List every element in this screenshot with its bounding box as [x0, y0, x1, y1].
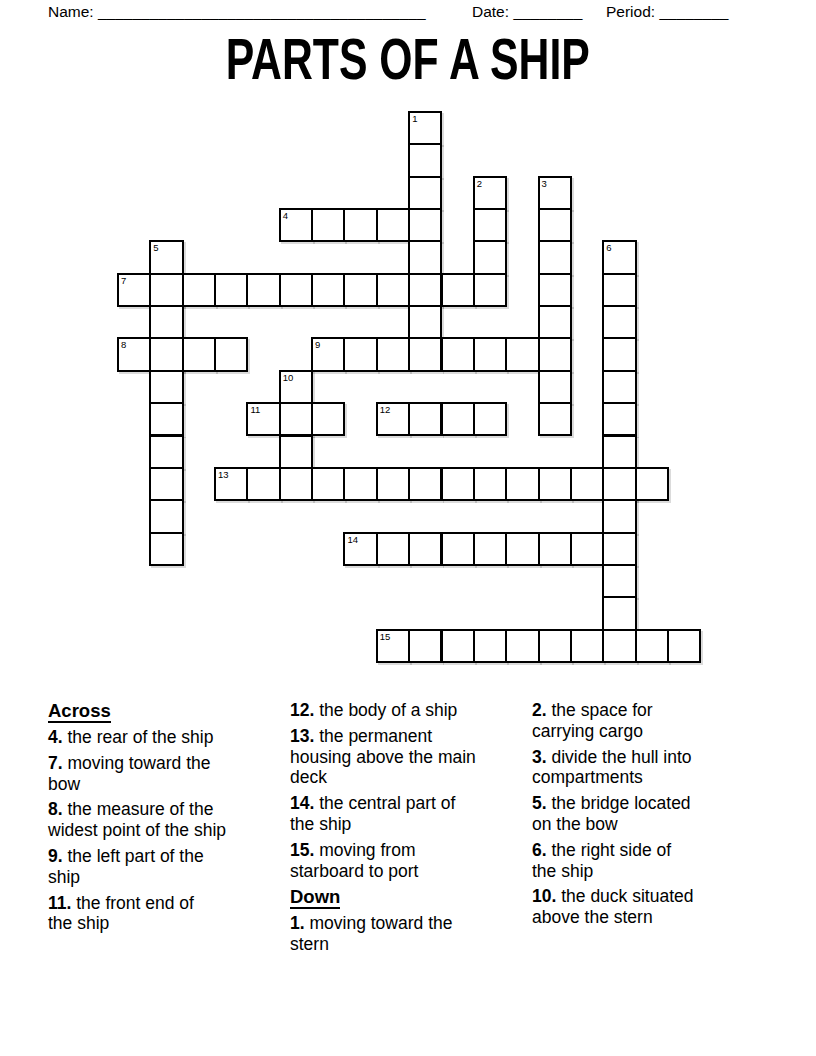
clue-number: 10	[283, 372, 294, 383]
grid-cell[interactable]	[214, 337, 248, 371]
grid-cell[interactable]	[149, 467, 183, 501]
grid-cell[interactable]	[343, 208, 377, 242]
clue-number-label: 1.	[290, 913, 305, 933]
grid-cell[interactable]: 4	[279, 208, 313, 242]
grid-cell[interactable]	[376, 532, 410, 566]
clue-number-label: 5.	[532, 793, 547, 813]
grid-cell[interactable]: 6	[602, 240, 636, 274]
down-heading: Down	[290, 886, 522, 907]
grid-cell[interactable]	[149, 273, 183, 307]
clue-number-label: 12.	[290, 700, 314, 720]
clue-across-12: 12. the body of a ship	[290, 700, 522, 721]
crossword-worksheet: { "title": "PARTS OF A SHIP", "header": …	[0, 0, 816, 1056]
grid-cell[interactable]	[505, 337, 539, 371]
down-heading-label: Down	[290, 886, 340, 909]
grid-cell[interactable]	[473, 402, 507, 436]
grid-cell[interactable]	[473, 337, 507, 371]
grid-cell[interactable]	[602, 564, 636, 598]
grid-cell[interactable]	[408, 240, 442, 274]
clue-down-6: 6. the right side of the ship	[532, 840, 764, 882]
grid-cell[interactable]	[214, 273, 248, 307]
grid-cell[interactable]	[408, 305, 442, 339]
grid-cell[interactable]	[538, 532, 572, 566]
grid-cell[interactable]	[635, 467, 669, 501]
grid-cell[interactable]: 2	[473, 176, 507, 210]
grid-cell[interactable]	[408, 532, 442, 566]
clue-down-5: 5. the bridge located on the bow	[532, 793, 764, 835]
grid-cell[interactable]	[149, 370, 183, 404]
clue-number: 2	[477, 178, 482, 189]
grid-cell[interactable]	[570, 629, 604, 663]
clue-column-3: 2. the space for carrying cargo3. divide…	[532, 700, 764, 933]
grid-cell[interactable]	[343, 467, 377, 501]
grid-cell[interactable]	[408, 273, 442, 307]
grid-cell[interactable]: 7	[117, 273, 151, 307]
clue-number-label: 10.	[532, 886, 556, 906]
grid-cell[interactable]	[408, 208, 442, 242]
clue-across-14: 14. the central part of the ship	[290, 793, 522, 835]
clue-number: 12	[380, 404, 391, 415]
grid-cell[interactable]	[376, 467, 410, 501]
clue-number: 7	[121, 275, 126, 286]
clue-number-label: 6.	[532, 840, 547, 860]
clue-number: 11	[250, 404, 260, 415]
grid-cell[interactable]	[538, 402, 572, 436]
clue-number: 5	[153, 242, 158, 253]
grid-cell[interactable]	[473, 240, 507, 274]
crossword-grid: 123456789101112131415	[0, 0, 816, 700]
clue-column-1: Across4. the rear of the ship7. moving t…	[48, 700, 280, 939]
clue-number: 8	[121, 339, 126, 350]
grid-cell[interactable]	[602, 273, 636, 307]
grid-cell[interactable]	[376, 337, 410, 371]
clue-number-label: 7.	[48, 753, 63, 773]
clue-number-label: 15.	[290, 840, 314, 860]
grid-cell[interactable]	[408, 402, 442, 436]
grid-cell[interactable]	[538, 240, 572, 274]
across-heading-label: Across	[48, 700, 111, 723]
grid-cell[interactable]	[182, 337, 216, 371]
clue-across-4: 4. the rear of the ship	[48, 727, 280, 748]
grid-cell[interactable]	[279, 435, 313, 469]
clue-number-label: 9.	[48, 846, 63, 866]
grid-cell[interactable]: 13	[214, 467, 248, 501]
grid-cell[interactable]	[538, 337, 572, 371]
clue-number: 9	[315, 339, 320, 350]
grid-cell[interactable]	[279, 467, 313, 501]
clue-number: 15	[380, 631, 391, 642]
grid-cell[interactable]	[408, 176, 442, 210]
grid-cell[interactable]	[149, 532, 183, 566]
clue-number-label: 2.	[532, 700, 547, 720]
clue-number-label: 4.	[48, 727, 63, 747]
grid-cell[interactable]	[408, 467, 442, 501]
grid-cell[interactable]	[441, 467, 475, 501]
grid-cell[interactable]: 8	[117, 337, 151, 371]
grid-cell[interactable]	[473, 629, 507, 663]
grid-cell[interactable]	[279, 273, 313, 307]
clue-across-13: 13. the permanent housing above the main…	[290, 726, 522, 788]
grid-cell[interactable]	[538, 629, 572, 663]
grid-cell[interactable]: 11	[246, 402, 280, 436]
grid-cell[interactable]	[602, 370, 636, 404]
clue-number: 13	[218, 469, 229, 480]
grid-cell[interactable]	[149, 305, 183, 339]
grid-cell[interactable]	[279, 402, 313, 436]
grid-cell[interactable]	[246, 467, 280, 501]
grid-cell[interactable]	[667, 629, 701, 663]
grid-cell[interactable]	[538, 208, 572, 242]
grid-cell[interactable]	[602, 596, 636, 630]
grid-cell[interactable]: 3	[538, 176, 572, 210]
grid-cell[interactable]	[473, 208, 507, 242]
grid-cell[interactable]	[602, 532, 636, 566]
grid-cell[interactable]	[505, 629, 539, 663]
clue-down-2: 2. the space for carrying cargo	[532, 700, 764, 742]
grid-cell[interactable]	[602, 402, 636, 436]
grid-cell[interactable]	[441, 402, 475, 436]
grid-cell[interactable]: 9	[311, 337, 345, 371]
grid-cell[interactable]	[408, 629, 442, 663]
grid-cell[interactable]	[635, 629, 669, 663]
grid-cell[interactable]	[538, 467, 572, 501]
clue-number: 6	[606, 242, 611, 253]
clue-number-label: 11.	[48, 893, 71, 913]
clue-number-label: 8.	[48, 799, 63, 819]
clue-number: 14	[347, 534, 358, 545]
clue-across-8: 8. the measure of the widest point of th…	[48, 799, 280, 841]
grid-cell[interactable]	[376, 208, 410, 242]
clue-number-label: 3.	[532, 747, 547, 767]
grid-cell[interactable]: 5	[149, 240, 183, 274]
clue-down-3: 3. divide the hull into compartments	[532, 747, 764, 789]
grid-cell[interactable]	[473, 467, 507, 501]
grid-cell[interactable]	[343, 273, 377, 307]
grid-cell[interactable]: 1	[408, 111, 442, 145]
clue-down-10: 10. the duck situated above the stern	[532, 886, 764, 928]
grid-cell[interactable]	[570, 532, 604, 566]
clue-number-label: 14.	[290, 793, 314, 813]
grid-cell[interactable]	[149, 337, 183, 371]
grid-cell[interactable]	[182, 273, 216, 307]
grid-cell[interactable]	[505, 467, 539, 501]
grid-cell[interactable]	[246, 273, 280, 307]
grid-cell[interactable]	[441, 629, 475, 663]
grid-cell[interactable]	[538, 370, 572, 404]
grid-cell[interactable]	[538, 273, 572, 307]
clue-number: 3	[542, 178, 547, 189]
grid-cell[interactable]	[602, 305, 636, 339]
grid-cell[interactable]	[376, 273, 410, 307]
clue-number: 1	[412, 113, 417, 124]
grid-cell[interactable]	[602, 337, 636, 371]
across-heading: Across	[48, 700, 280, 721]
clue-number: 4	[283, 210, 288, 221]
grid-cell[interactable]	[473, 532, 507, 566]
grid-cell[interactable]: 12	[376, 402, 410, 436]
grid-cell[interactable]	[311, 467, 345, 501]
grid-cell[interactable]	[602, 435, 636, 469]
grid-cell[interactable]	[311, 273, 345, 307]
grid-cell[interactable]	[149, 402, 183, 436]
clue-across-11: 11. the front end of the ship	[48, 893, 280, 935]
grid-cell[interactable]: 10	[279, 370, 313, 404]
grid-cell[interactable]: 14	[343, 532, 377, 566]
grid-cell[interactable]	[441, 273, 475, 307]
grid-cell[interactable]	[311, 402, 345, 436]
grid-cell[interactable]	[311, 208, 345, 242]
grid-cell[interactable]	[149, 499, 183, 533]
grid-cell[interactable]	[408, 143, 442, 177]
grid-cell[interactable]	[441, 532, 475, 566]
grid-cell[interactable]: 15	[376, 629, 410, 663]
clue-across-15: 15. moving from starboard to port	[290, 840, 522, 882]
grid-cell[interactable]	[149, 435, 183, 469]
clue-column-2: 12. the body of a ship13. the permanent …	[290, 700, 522, 960]
grid-cell[interactable]	[602, 467, 636, 501]
grid-cell[interactable]	[505, 532, 539, 566]
clue-number-label: 13.	[290, 726, 314, 746]
grid-cell[interactable]	[602, 629, 636, 663]
grid-cell[interactable]	[570, 467, 604, 501]
grid-cell[interactable]	[473, 273, 507, 307]
clue-across-7: 7. moving toward the bow	[48, 753, 280, 795]
grid-cell[interactable]	[441, 337, 475, 371]
grid-cell[interactable]	[602, 499, 636, 533]
clue-across-9: 9. the left part of the ship	[48, 846, 280, 888]
grid-cell[interactable]	[538, 305, 572, 339]
grid-cell[interactable]	[408, 337, 442, 371]
grid-cell[interactable]	[343, 337, 377, 371]
clue-down-1: 1. moving toward the stern	[290, 913, 522, 955]
